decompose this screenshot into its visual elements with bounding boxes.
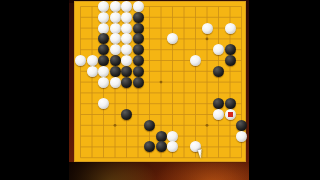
- stone-black: [121, 77, 132, 88]
- stone-white: [121, 23, 132, 34]
- stone-white: [121, 55, 132, 66]
- stone-black: [133, 66, 144, 77]
- stone-black: [156, 131, 167, 142]
- stone-white: [190, 55, 201, 66]
- stone-white: [133, 1, 144, 12]
- stone-white: [213, 109, 224, 120]
- stone-black: [225, 98, 236, 109]
- red-square-marker: [228, 112, 233, 117]
- stone-black: [133, 33, 144, 44]
- stone-white: [110, 33, 121, 44]
- video-frame: hishinn1 [1818] 02:26: [0, 0, 320, 180]
- stone-white: [110, 23, 121, 34]
- stone-black: [110, 55, 121, 66]
- stone-black: [133, 55, 144, 66]
- stone-black: [121, 66, 132, 77]
- player-bar: hishinn1 [1818] 02:26: [69, 162, 249, 180]
- stone-black: [213, 66, 224, 77]
- app-screen: hishinn1 [1818] 02:26: [69, 0, 249, 180]
- stone-white: [110, 12, 121, 23]
- stone-white: [98, 12, 109, 23]
- stone-black: [225, 44, 236, 55]
- stone-white: [110, 44, 121, 55]
- stone-black: [133, 44, 144, 55]
- stone-white: [236, 131, 247, 142]
- gomoku-board[interactable]: [74, 1, 246, 162]
- stone-white: [87, 55, 98, 66]
- letterbox-left: [0, 0, 69, 180]
- stone-white: [98, 23, 109, 34]
- stone-black: [144, 120, 155, 131]
- stone-white: [110, 77, 121, 88]
- stone-black: [236, 120, 247, 131]
- stone-black: [133, 77, 144, 88]
- stone-white: [202, 23, 213, 34]
- stone-white: [75, 55, 86, 66]
- stone-white: [98, 66, 109, 77]
- stone-black: [133, 23, 144, 34]
- stone-white: [121, 12, 132, 23]
- stone-black: [225, 55, 236, 66]
- stone-white: [110, 1, 121, 12]
- stone-black: [133, 12, 144, 23]
- stone-white: [121, 1, 132, 12]
- stone-black: [98, 55, 109, 66]
- stone-white: [167, 131, 178, 142]
- stone-black: [121, 109, 132, 120]
- stone-black: [110, 66, 121, 77]
- stone-black: [156, 141, 167, 152]
- stone-white: [87, 66, 98, 77]
- letterbox-right: [249, 0, 320, 180]
- stone-white: [225, 23, 236, 34]
- stone-white: [98, 77, 109, 88]
- stone-white: [98, 1, 109, 12]
